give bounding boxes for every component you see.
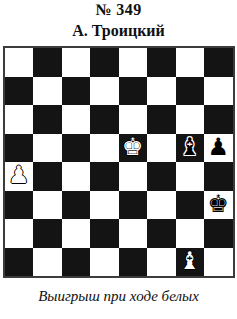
square-f3[interactable] bbox=[147, 191, 176, 220]
square-a2[interactable] bbox=[5, 219, 34, 248]
black-pawn-piece: ♟ bbox=[207, 135, 229, 159]
square-a5[interactable] bbox=[5, 134, 34, 163]
square-e6[interactable] bbox=[119, 105, 148, 134]
square-c4[interactable] bbox=[62, 162, 91, 191]
black-king-piece: ♚ bbox=[207, 192, 229, 216]
square-f2[interactable] bbox=[147, 219, 176, 248]
square-c5[interactable] bbox=[62, 134, 91, 163]
square-a8[interactable] bbox=[5, 48, 34, 77]
white-king-piece: ♚ bbox=[122, 135, 144, 159]
square-c8[interactable] bbox=[62, 48, 91, 77]
square-g5[interactable]: ♝ bbox=[176, 134, 205, 163]
square-g7[interactable] bbox=[176, 77, 205, 106]
square-g3[interactable] bbox=[176, 191, 205, 220]
square-d7[interactable] bbox=[90, 77, 119, 106]
square-a3[interactable] bbox=[5, 191, 34, 220]
square-g8[interactable] bbox=[176, 48, 205, 77]
square-d5[interactable] bbox=[90, 134, 119, 163]
square-c1[interactable] bbox=[62, 248, 91, 277]
square-b2[interactable] bbox=[33, 219, 62, 248]
square-e5[interactable]: ♚ bbox=[119, 134, 148, 163]
square-g4[interactable] bbox=[176, 162, 205, 191]
chess-board: ♚♝♟♟♚♝ bbox=[3, 46, 235, 278]
square-f4[interactable] bbox=[147, 162, 176, 191]
study-number: № 349 bbox=[95, 0, 142, 20]
square-e2[interactable] bbox=[119, 219, 148, 248]
square-h6[interactable] bbox=[204, 105, 233, 134]
square-h8[interactable] bbox=[204, 48, 233, 77]
square-f6[interactable] bbox=[147, 105, 176, 134]
square-d8[interactable] bbox=[90, 48, 119, 77]
square-d2[interactable] bbox=[90, 219, 119, 248]
square-d1[interactable] bbox=[90, 248, 119, 277]
square-g2[interactable] bbox=[176, 219, 205, 248]
square-a4[interactable]: ♟ bbox=[5, 162, 34, 191]
square-g1[interactable]: ♝ bbox=[176, 248, 205, 277]
square-h1[interactable] bbox=[204, 248, 233, 277]
square-f7[interactable] bbox=[147, 77, 176, 106]
square-c3[interactable] bbox=[62, 191, 91, 220]
square-a6[interactable] bbox=[5, 105, 34, 134]
square-e1[interactable] bbox=[119, 248, 148, 277]
square-e3[interactable] bbox=[119, 191, 148, 220]
square-h2[interactable] bbox=[204, 219, 233, 248]
square-d3[interactable] bbox=[90, 191, 119, 220]
square-e4[interactable] bbox=[119, 162, 148, 191]
square-b3[interactable] bbox=[33, 191, 62, 220]
square-b6[interactable] bbox=[33, 105, 62, 134]
white-pawn-piece: ♟ bbox=[8, 163, 30, 187]
black-bishop-piece: ♝ bbox=[179, 135, 201, 159]
study-diagram-page: № 349 А. Троицкий ♚♝♟♟♚♝ Выигрыш при ход… bbox=[0, 0, 237, 319]
square-b1[interactable] bbox=[33, 248, 62, 277]
square-f8[interactable] bbox=[147, 48, 176, 77]
stipulation-caption: Выигрыш при ходе белых bbox=[38, 288, 199, 305]
square-e8[interactable] bbox=[119, 48, 148, 77]
square-c2[interactable] bbox=[62, 219, 91, 248]
square-c7[interactable] bbox=[62, 77, 91, 106]
square-a1[interactable] bbox=[5, 248, 34, 277]
square-b4[interactable] bbox=[33, 162, 62, 191]
square-e7[interactable] bbox=[119, 77, 148, 106]
square-d4[interactable] bbox=[90, 162, 119, 191]
square-f1[interactable] bbox=[147, 248, 176, 277]
square-d6[interactable] bbox=[90, 105, 119, 134]
square-h3[interactable]: ♚ bbox=[204, 191, 233, 220]
study-author: А. Троицкий bbox=[72, 21, 165, 41]
square-h7[interactable] bbox=[204, 77, 233, 106]
square-a7[interactable] bbox=[5, 77, 34, 106]
white-bishop-piece: ♝ bbox=[179, 249, 201, 273]
square-h5[interactable]: ♟ bbox=[204, 134, 233, 163]
square-f5[interactable] bbox=[147, 134, 176, 163]
square-b8[interactable] bbox=[33, 48, 62, 77]
square-c6[interactable] bbox=[62, 105, 91, 134]
square-b5[interactable] bbox=[33, 134, 62, 163]
square-h4[interactable] bbox=[204, 162, 233, 191]
square-b7[interactable] bbox=[33, 77, 62, 106]
square-g6[interactable] bbox=[176, 105, 205, 134]
